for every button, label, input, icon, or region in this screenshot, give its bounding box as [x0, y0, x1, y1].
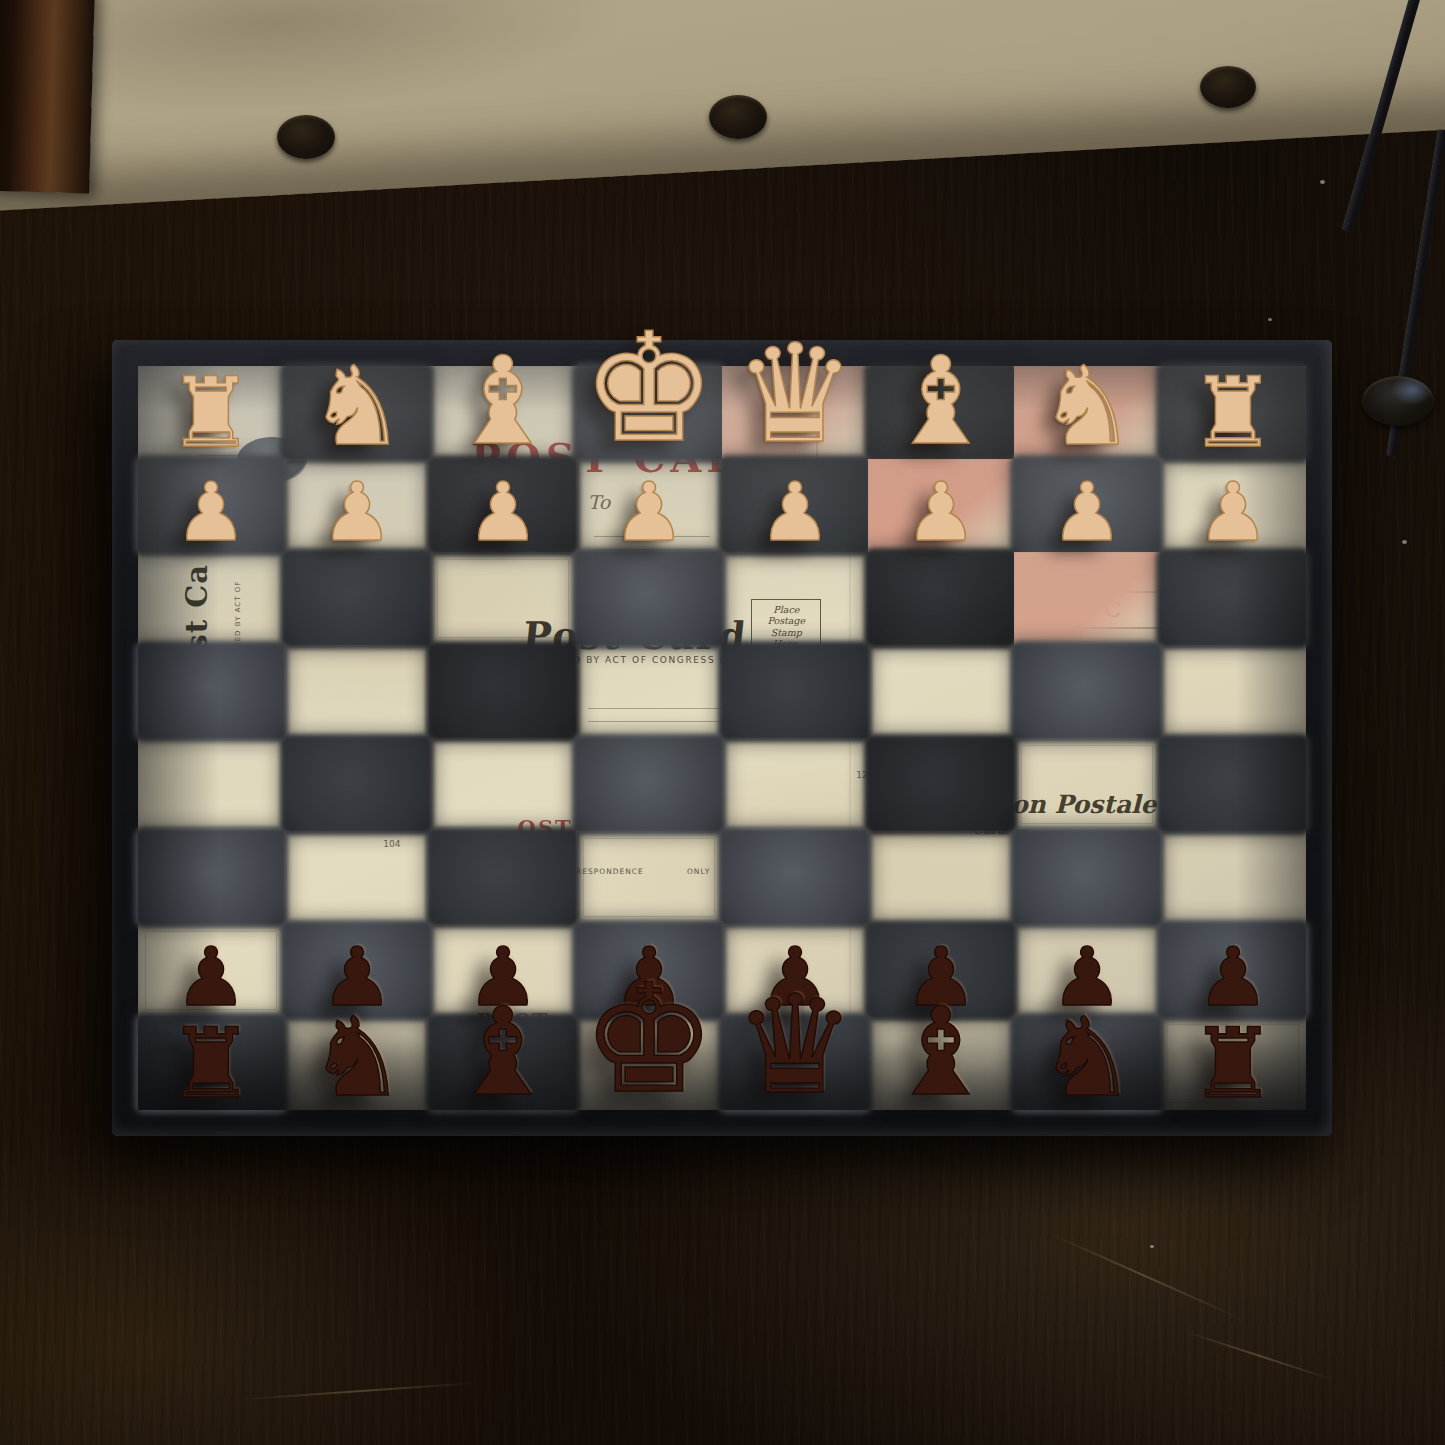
table-speck	[1320, 180, 1325, 184]
square-c4[interactable]	[868, 645, 1014, 738]
board-playing-area: POST CARDToSTAMP HERE UNITED STATES CANA…	[138, 366, 1306, 1110]
square-g3[interactable]	[284, 552, 430, 645]
table-scene: POST CARDToSTAMP HERE UNITED STATES CANA…	[0, 0, 1445, 1445]
white-bishop-f1[interactable]: ♝	[449, 346, 557, 457]
square-d6[interactable]	[722, 831, 868, 924]
white-knight-g1[interactable]: ♞	[308, 357, 406, 457]
dark-square-paint	[1010, 641, 1164, 742]
square-b6[interactable]	[1014, 831, 1160, 924]
dark-square-paint	[718, 641, 872, 742]
square-h5[interactable]	[138, 738, 284, 831]
black-bishop-f8[interactable]: ♝	[449, 997, 557, 1108]
square-b4[interactable]	[1014, 645, 1160, 738]
white-pawn-h2[interactable]: ♟	[175, 475, 248, 550]
black-rook-h8[interactable]: ♜	[168, 1019, 255, 1108]
square-b5[interactable]	[1014, 738, 1160, 831]
dark-square-paint	[864, 548, 1018, 649]
white-knight-b1[interactable]: ♞	[1038, 357, 1136, 457]
chess-board[interactable]: POST CARDToSTAMP HERE UNITED STATES CANA…	[112, 340, 1332, 1136]
square-g6[interactable]	[284, 831, 430, 924]
wood-furniture-leg	[0, 0, 95, 193]
black-rook-a8[interactable]: ♜	[1190, 1019, 1277, 1108]
black-knight-b8[interactable]: ♞	[1038, 1008, 1136, 1108]
table-bolt	[1200, 66, 1256, 108]
table-knob	[1362, 376, 1434, 426]
square-a3[interactable]	[1160, 552, 1306, 645]
square-a6[interactable]	[1160, 831, 1306, 924]
black-pawn-a7[interactable]: ♟	[1197, 940, 1270, 1015]
white-pawn-d2[interactable]: ♟	[759, 475, 832, 550]
dark-square-paint	[134, 641, 288, 742]
dark-square-paint	[1156, 548, 1310, 649]
dark-square-paint	[1010, 827, 1164, 928]
square-c6[interactable]	[868, 831, 1014, 924]
square-f5[interactable]	[430, 738, 576, 831]
dark-square-paint	[426, 827, 580, 928]
square-g5[interactable]	[284, 738, 430, 831]
square-e5[interactable]	[576, 738, 722, 831]
table-speck	[1150, 1245, 1154, 1248]
square-f4[interactable]	[430, 645, 576, 738]
square-a4[interactable]	[1160, 645, 1306, 738]
white-pawn-e2[interactable]: ♟	[613, 475, 686, 550]
square-h4[interactable]	[138, 645, 284, 738]
white-pawn-b2[interactable]: ♟	[1051, 475, 1124, 550]
white-pawn-g2[interactable]: ♟	[321, 475, 394, 550]
dark-square-paint	[718, 827, 872, 928]
square-e4[interactable]	[576, 645, 722, 738]
square-a5[interactable]	[1160, 738, 1306, 831]
black-queen-d8[interactable]: ♛	[734, 983, 856, 1108]
white-rook-a1[interactable]: ♜	[1190, 368, 1277, 457]
square-b3[interactable]	[1014, 552, 1160, 645]
square-f6[interactable]	[430, 831, 576, 924]
square-c5[interactable]	[868, 738, 1014, 831]
white-rook-h1[interactable]: ♜	[168, 368, 255, 457]
dark-square-paint	[280, 734, 434, 835]
white-pawn-a2[interactable]: ♟	[1197, 475, 1270, 550]
table-scratch	[1184, 1330, 1337, 1381]
table-bolt	[709, 95, 767, 139]
square-e3[interactable]	[576, 552, 722, 645]
table-speck	[1402, 540, 1407, 544]
black-king-e8[interactable]: ♚	[582, 970, 716, 1108]
dark-square-paint	[864, 734, 1018, 835]
white-queen-d1[interactable]: ♛	[734, 332, 856, 457]
dark-square-paint	[426, 641, 580, 742]
white-bishop-c1[interactable]: ♝	[887, 346, 995, 457]
table-scratch	[240, 1382, 480, 1401]
black-bishop-c8[interactable]: ♝	[887, 997, 995, 1108]
table-speck	[1268, 318, 1272, 321]
square-d4[interactable]	[722, 645, 868, 738]
square-h6[interactable]	[138, 831, 284, 924]
white-king-e1[interactable]: ♚	[582, 319, 716, 457]
dark-square-paint	[572, 734, 726, 835]
black-pawn-h7[interactable]: ♟	[175, 940, 248, 1015]
square-d3[interactable]	[722, 552, 868, 645]
table-scratch	[1049, 1232, 1242, 1319]
square-f3[interactable]	[430, 552, 576, 645]
dark-square-paint	[1156, 734, 1310, 835]
table-bolt	[277, 115, 335, 159]
dark-square-paint	[280, 548, 434, 649]
square-h3[interactable]	[138, 552, 284, 645]
white-pawn-c2[interactable]: ♟	[905, 475, 978, 550]
square-g4[interactable]	[284, 645, 430, 738]
dark-square-paint	[572, 548, 726, 649]
black-knight-g8[interactable]: ♞	[308, 1008, 406, 1108]
square-d5[interactable]	[722, 738, 868, 831]
square-e6[interactable]	[576, 831, 722, 924]
dark-square-paint	[134, 827, 288, 928]
square-c3[interactable]	[868, 552, 1014, 645]
white-pawn-f2[interactable]: ♟	[467, 475, 540, 550]
